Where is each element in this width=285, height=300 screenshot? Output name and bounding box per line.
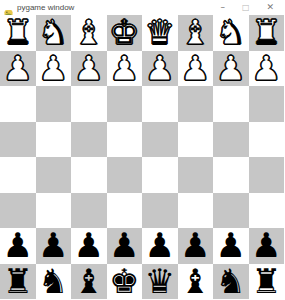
square-g5[interactable] xyxy=(36,157,72,193)
square-g3[interactable] xyxy=(36,86,72,122)
square-h6[interactable] xyxy=(0,193,36,229)
square-d4[interactable] xyxy=(142,122,178,158)
square-a5[interactable] xyxy=(249,157,285,193)
piece-bP[interactable]: ♟ xyxy=(251,228,281,264)
square-b7[interactable]: ♟ xyxy=(213,228,249,264)
chess-board: ♜♞♝♚♛♝♞♜♟♟♟♟♟♟♟♟♟♟♟♟♟♟♟♟♜♞♝♚♛♝♞♜ xyxy=(0,15,284,299)
square-b5[interactable] xyxy=(213,157,249,193)
square-c6[interactable] xyxy=(178,193,214,229)
square-h4[interactable] xyxy=(0,122,36,158)
piece-bP[interactable]: ♟ xyxy=(74,228,104,264)
piece-wP[interactable]: ♟ xyxy=(74,51,104,87)
square-e5[interactable] xyxy=(107,157,143,193)
square-h2[interactable]: ♟ xyxy=(0,51,36,87)
square-e8[interactable]: ♚ xyxy=(107,264,143,300)
square-a8[interactable]: ♜ xyxy=(249,264,285,300)
piece-bP[interactable]: ♟ xyxy=(216,228,246,264)
square-c5[interactable] xyxy=(178,157,214,193)
piece-wN[interactable]: ♞ xyxy=(216,15,246,51)
piece-wB[interactable]: ♝ xyxy=(74,15,104,51)
square-f8[interactable]: ♝ xyxy=(71,264,107,300)
piece-bR[interactable]: ♜ xyxy=(251,264,281,300)
piece-bP[interactable]: ♟ xyxy=(145,228,175,264)
piece-wR[interactable]: ♜ xyxy=(251,15,281,51)
square-g4[interactable] xyxy=(36,122,72,158)
piece-bR[interactable]: ♜ xyxy=(3,264,33,300)
piece-bB[interactable]: ♝ xyxy=(180,264,210,300)
piece-wP[interactable]: ♟ xyxy=(145,51,175,87)
piece-wP[interactable]: ♟ xyxy=(216,51,246,87)
square-h1[interactable]: ♜ xyxy=(0,15,36,51)
square-g2[interactable]: ♟ xyxy=(36,51,72,87)
square-b1[interactable]: ♞ xyxy=(213,15,249,51)
square-d2[interactable]: ♟ xyxy=(142,51,178,87)
square-c8[interactable]: ♝ xyxy=(178,264,214,300)
square-h3[interactable] xyxy=(0,86,36,122)
square-a7[interactable]: ♟ xyxy=(249,228,285,264)
piece-bP[interactable]: ♟ xyxy=(109,228,139,264)
square-d7[interactable]: ♟ xyxy=(142,228,178,264)
pygame-window: pygame window – □ ✕ ♜♞♝♚♛♝♞♜♟♟♟♟♟♟♟♟♟♟♟♟… xyxy=(0,0,284,300)
square-f7[interactable]: ♟ xyxy=(71,228,107,264)
piece-wP[interactable]: ♟ xyxy=(38,51,68,87)
square-c7[interactable]: ♟ xyxy=(178,228,214,264)
square-a4[interactable] xyxy=(249,122,285,158)
square-b3[interactable] xyxy=(213,86,249,122)
square-f2[interactable]: ♟ xyxy=(71,51,107,87)
piece-wR[interactable]: ♜ xyxy=(3,15,33,51)
piece-bK[interactable]: ♚ xyxy=(109,264,139,300)
square-d6[interactable] xyxy=(142,193,178,229)
piece-wK[interactable]: ♚ xyxy=(109,15,139,51)
square-f3[interactable] xyxy=(71,86,107,122)
piece-bQ[interactable]: ♛ xyxy=(145,264,175,300)
pygame-icon[interactable] xyxy=(4,3,13,12)
square-e3[interactable] xyxy=(107,86,143,122)
piece-bN[interactable]: ♞ xyxy=(38,264,68,300)
piece-bP[interactable]: ♟ xyxy=(3,228,33,264)
square-b8[interactable]: ♞ xyxy=(213,264,249,300)
square-f5[interactable] xyxy=(71,157,107,193)
square-a2[interactable]: ♟ xyxy=(249,51,285,87)
square-c4[interactable] xyxy=(178,122,214,158)
square-g1[interactable]: ♞ xyxy=(36,15,72,51)
square-c1[interactable]: ♝ xyxy=(178,15,214,51)
piece-wN[interactable]: ♞ xyxy=(38,15,68,51)
square-c3[interactable] xyxy=(178,86,214,122)
square-f4[interactable] xyxy=(71,122,107,158)
square-b2[interactable]: ♟ xyxy=(213,51,249,87)
piece-bN[interactable]: ♞ xyxy=(216,264,246,300)
square-e2[interactable]: ♟ xyxy=(107,51,143,87)
square-d3[interactable] xyxy=(142,86,178,122)
square-b6[interactable] xyxy=(213,193,249,229)
square-g8[interactable]: ♞ xyxy=(36,264,72,300)
piece-bP[interactable]: ♟ xyxy=(180,228,210,264)
square-h5[interactable] xyxy=(0,157,36,193)
square-e1[interactable]: ♚ xyxy=(107,15,143,51)
square-h7[interactable]: ♟ xyxy=(0,228,36,264)
square-a1[interactable]: ♜ xyxy=(249,15,285,51)
piece-wP[interactable]: ♟ xyxy=(180,51,210,87)
window-title: pygame window xyxy=(17,3,220,12)
piece-wQ[interactable]: ♛ xyxy=(145,15,175,51)
square-d5[interactable] xyxy=(142,157,178,193)
square-e6[interactable] xyxy=(107,193,143,229)
square-a3[interactable] xyxy=(249,86,285,122)
piece-bP[interactable]: ♟ xyxy=(38,228,68,264)
square-c2[interactable]: ♟ xyxy=(178,51,214,87)
piece-wP[interactable]: ♟ xyxy=(251,51,281,87)
square-g6[interactable] xyxy=(36,193,72,229)
square-b4[interactable] xyxy=(213,122,249,158)
piece-wB[interactable]: ♝ xyxy=(180,15,210,51)
square-f1[interactable]: ♝ xyxy=(71,15,107,51)
piece-wP[interactable]: ♟ xyxy=(3,51,33,87)
square-d1[interactable]: ♛ xyxy=(142,15,178,51)
square-f6[interactable] xyxy=(71,193,107,229)
piece-wP[interactable]: ♟ xyxy=(109,51,139,87)
square-e4[interactable] xyxy=(107,122,143,158)
square-d8[interactable]: ♛ xyxy=(142,264,178,300)
piece-bB[interactable]: ♝ xyxy=(74,264,104,300)
square-g7[interactable]: ♟ xyxy=(36,228,72,264)
square-e7[interactable]: ♟ xyxy=(107,228,143,264)
square-h8[interactable]: ♜ xyxy=(0,264,36,300)
square-a6[interactable] xyxy=(249,193,285,229)
